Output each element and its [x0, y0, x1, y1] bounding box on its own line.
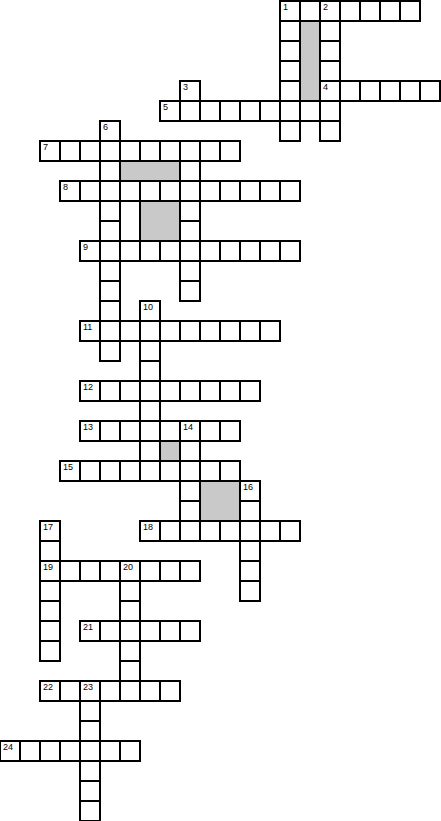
- grid-cell[interactable]: [319, 60, 341, 82]
- grid-cell[interactable]: [179, 320, 201, 342]
- grid-cell[interactable]: [139, 380, 161, 402]
- grid-cell[interactable]: [99, 460, 121, 482]
- grid-cell[interactable]: [119, 140, 141, 162]
- grid-cell[interactable]: [119, 620, 141, 642]
- grid-cell[interactable]: [399, 80, 421, 102]
- grid-cell[interactable]: [159, 140, 181, 162]
- grid-cell[interactable]: [119, 680, 141, 702]
- grid-cell[interactable]: [159, 420, 181, 442]
- grid-cell[interactable]: [219, 420, 241, 442]
- grid-cell[interactable]: [99, 160, 121, 182]
- grid-cell[interactable]: [239, 100, 261, 122]
- grid-cell[interactable]: [279, 0, 301, 22]
- grid-cell[interactable]: [259, 240, 281, 262]
- grid-cell[interactable]: [179, 160, 201, 182]
- blocked-region: [119, 160, 181, 182]
- grid-cell[interactable]: [319, 120, 341, 142]
- grid-cell[interactable]: [279, 20, 301, 42]
- grid-cell[interactable]: [79, 380, 101, 402]
- grid-cell[interactable]: [99, 320, 121, 342]
- grid-cell[interactable]: [39, 680, 61, 702]
- grid-cell[interactable]: [279, 520, 301, 542]
- grid-cell[interactable]: [39, 640, 61, 662]
- grid-cell[interactable]: [199, 100, 221, 122]
- grid-cell[interactable]: [79, 420, 101, 442]
- grid-cell[interactable]: [79, 320, 101, 342]
- grid-cell[interactable]: [99, 740, 121, 762]
- grid-cell[interactable]: [179, 480, 201, 502]
- blocked-region: [159, 440, 181, 462]
- grid-cell[interactable]: [99, 240, 121, 262]
- grid-cell[interactable]: [299, 100, 321, 122]
- grid-cell[interactable]: [119, 560, 141, 582]
- grid-cell[interactable]: [139, 680, 161, 702]
- grid-cell[interactable]: [139, 300, 161, 322]
- grid-cell[interactable]: [279, 180, 301, 202]
- grid-cell[interactable]: [259, 180, 281, 202]
- grid-cell[interactable]: [279, 80, 301, 102]
- grid-cell[interactable]: [219, 180, 241, 202]
- grid-cell[interactable]: [79, 780, 101, 802]
- grid-cell[interactable]: [139, 360, 161, 382]
- blocked-region: [139, 200, 181, 242]
- grid-cell[interactable]: [59, 140, 81, 162]
- grid-cell[interactable]: [79, 560, 101, 582]
- grid-cell[interactable]: [59, 680, 81, 702]
- grid-cell[interactable]: [99, 680, 121, 702]
- grid-cell[interactable]: [319, 0, 341, 22]
- grid-cell[interactable]: [219, 380, 241, 402]
- grid-cell[interactable]: [39, 540, 61, 562]
- grid-cell[interactable]: [219, 520, 241, 542]
- grid-cell[interactable]: [339, 0, 361, 22]
- grid-cell[interactable]: [199, 240, 221, 262]
- grid-cell[interactable]: [59, 560, 81, 582]
- grid-cell[interactable]: [179, 520, 201, 542]
- grid-cell[interactable]: [179, 500, 201, 522]
- grid-cell[interactable]: [239, 540, 261, 562]
- grid-cell[interactable]: [179, 280, 201, 302]
- grid-cell[interactable]: [219, 240, 241, 262]
- grid-cell[interactable]: [219, 460, 241, 482]
- grid-cell[interactable]: [239, 320, 261, 342]
- grid-cell[interactable]: [159, 180, 181, 202]
- grid-cell[interactable]: [239, 500, 261, 522]
- grid-cell[interactable]: [39, 520, 61, 542]
- grid-cell[interactable]: [119, 740, 141, 762]
- grid-cell[interactable]: [259, 100, 281, 122]
- grid-cell[interactable]: [239, 380, 261, 402]
- grid-cell[interactable]: [179, 220, 201, 242]
- grid-cell[interactable]: [59, 460, 81, 482]
- grid-cell[interactable]: [139, 240, 161, 262]
- grid-cell[interactable]: [239, 520, 261, 542]
- grid-cell[interactable]: [139, 340, 161, 362]
- grid-cell[interactable]: [179, 200, 201, 222]
- grid-cell[interactable]: [79, 680, 101, 702]
- grid-cell[interactable]: [379, 80, 401, 102]
- grid-cell[interactable]: [99, 560, 121, 582]
- grid-cell[interactable]: [119, 240, 141, 262]
- grid-cell[interactable]: [279, 240, 301, 262]
- grid-cell[interactable]: [139, 620, 161, 642]
- grid-cell[interactable]: [39, 560, 61, 582]
- grid-cell[interactable]: [199, 460, 221, 482]
- grid-cell[interactable]: [79, 800, 101, 821]
- grid-cell[interactable]: [99, 120, 121, 142]
- grid-cell[interactable]: [239, 580, 261, 602]
- grid-cell[interactable]: [199, 140, 221, 162]
- grid-cell[interactable]: [119, 320, 141, 342]
- grid-cell[interactable]: [279, 40, 301, 62]
- grid-cell[interactable]: [99, 380, 121, 402]
- grid-cell[interactable]: [99, 300, 121, 322]
- grid-cell[interactable]: [179, 560, 201, 582]
- grid-cell[interactable]: [159, 520, 181, 542]
- grid-cell[interactable]: [179, 440, 201, 462]
- grid-cell[interactable]: [99, 180, 121, 202]
- grid-cell[interactable]: [179, 180, 201, 202]
- grid-cell[interactable]: [99, 260, 121, 282]
- grid-cell[interactable]: [139, 180, 161, 202]
- grid-cell[interactable]: [79, 460, 101, 482]
- grid-cell[interactable]: [319, 40, 341, 62]
- grid-cell[interactable]: [279, 120, 301, 142]
- grid-cell[interactable]: [99, 420, 121, 442]
- grid-cell[interactable]: [179, 620, 201, 642]
- grid-cell[interactable]: [159, 380, 181, 402]
- grid-cell[interactable]: [359, 80, 381, 102]
- grid-cell[interactable]: [179, 460, 201, 482]
- grid-cell[interactable]: [139, 560, 161, 582]
- grid-cell[interactable]: [159, 680, 181, 702]
- grid-cell[interactable]: [179, 140, 201, 162]
- grid-cell[interactable]: [79, 740, 101, 762]
- grid-cell[interactable]: [59, 180, 81, 202]
- grid-cell[interactable]: [179, 380, 201, 402]
- grid-cell[interactable]: [139, 140, 161, 162]
- grid-cell[interactable]: [139, 460, 161, 482]
- grid-cell[interactable]: [39, 740, 61, 762]
- grid-cell[interactable]: [59, 740, 81, 762]
- grid-cell[interactable]: [199, 180, 221, 202]
- grid-cell[interactable]: [319, 20, 341, 42]
- grid-cell[interactable]: [179, 260, 201, 282]
- grid-cell[interactable]: [159, 460, 181, 482]
- grid-cell[interactable]: [279, 100, 301, 122]
- grid-cell[interactable]: [79, 620, 101, 642]
- grid-cell[interactable]: [39, 620, 61, 642]
- grid-cell[interactable]: [99, 340, 121, 362]
- grid-cell[interactable]: [99, 220, 121, 242]
- grid-cell[interactable]: [239, 180, 261, 202]
- grid-cell[interactable]: [79, 760, 101, 782]
- grid-cell[interactable]: [99, 200, 121, 222]
- grid-cell[interactable]: [219, 140, 241, 162]
- grid-cell[interactable]: [119, 600, 141, 622]
- grid-cell[interactable]: [139, 400, 161, 422]
- grid-cell[interactable]: [99, 280, 121, 302]
- grid-cell[interactable]: [179, 420, 201, 442]
- grid-cell[interactable]: [419, 80, 441, 102]
- blocked-region: [199, 480, 241, 522]
- grid-cell[interactable]: [219, 320, 241, 342]
- grid-cell[interactable]: [379, 0, 401, 22]
- grid-cell[interactable]: [79, 700, 101, 722]
- blocked-region: [299, 20, 321, 102]
- grid-cell[interactable]: [179, 80, 201, 102]
- grid-cell[interactable]: [159, 320, 181, 342]
- grid-cell[interactable]: [99, 620, 121, 642]
- grid-cell[interactable]: [239, 560, 261, 582]
- grid-cell[interactable]: [259, 520, 281, 542]
- grid-cell[interactable]: [139, 440, 161, 462]
- grid-cell[interactable]: [299, 0, 321, 22]
- grid-cell[interactable]: [319, 80, 341, 102]
- grid-cell[interactable]: [239, 480, 261, 502]
- grid-cell[interactable]: [139, 520, 161, 542]
- grid-cell[interactable]: [19, 740, 41, 762]
- grid-cell[interactable]: [159, 620, 181, 642]
- grid-cell[interactable]: [199, 380, 221, 402]
- grid-cell[interactable]: [39, 140, 61, 162]
- grid-cell[interactable]: [39, 580, 61, 602]
- grid-cell[interactable]: [399, 0, 421, 22]
- grid-cell[interactable]: [119, 420, 141, 442]
- grid-cell[interactable]: [0, 740, 21, 762]
- grid-cell[interactable]: [159, 100, 181, 122]
- grid-cell[interactable]: [119, 380, 141, 402]
- grid-cell[interactable]: [199, 520, 221, 542]
- grid-cell[interactable]: [119, 460, 141, 482]
- grid-cell[interactable]: [179, 240, 201, 262]
- grid-cell[interactable]: [139, 420, 161, 442]
- grid-cell[interactable]: [79, 140, 101, 162]
- grid-cell[interactable]: [279, 60, 301, 82]
- grid-cell[interactable]: [259, 320, 281, 342]
- grid-cell[interactable]: [199, 320, 221, 342]
- grid-cell[interactable]: [119, 580, 141, 602]
- grid-cell[interactable]: [199, 420, 221, 442]
- grid-cell[interactable]: [159, 560, 181, 582]
- grid-cell[interactable]: [359, 0, 381, 22]
- grid-cell[interactable]: [179, 100, 201, 122]
- grid-cell[interactable]: [319, 100, 341, 122]
- grid-cell[interactable]: [79, 240, 101, 262]
- grid-cell[interactable]: [339, 80, 361, 102]
- grid-cell[interactable]: [139, 320, 161, 342]
- grid-cell[interactable]: [79, 720, 101, 742]
- grid-cell[interactable]: [119, 180, 141, 202]
- grid-cell[interactable]: [119, 660, 141, 682]
- grid-cell[interactable]: [219, 100, 241, 122]
- grid-cell[interactable]: [119, 640, 141, 662]
- grid-cell[interactable]: [239, 240, 261, 262]
- grid-cell[interactable]: [159, 240, 181, 262]
- grid-cell[interactable]: [99, 140, 121, 162]
- crossword-board: 123456789101112131415161718192021222324: [0, 0, 441, 821]
- grid-cell[interactable]: [39, 600, 61, 622]
- grid-cell[interactable]: [79, 180, 101, 202]
